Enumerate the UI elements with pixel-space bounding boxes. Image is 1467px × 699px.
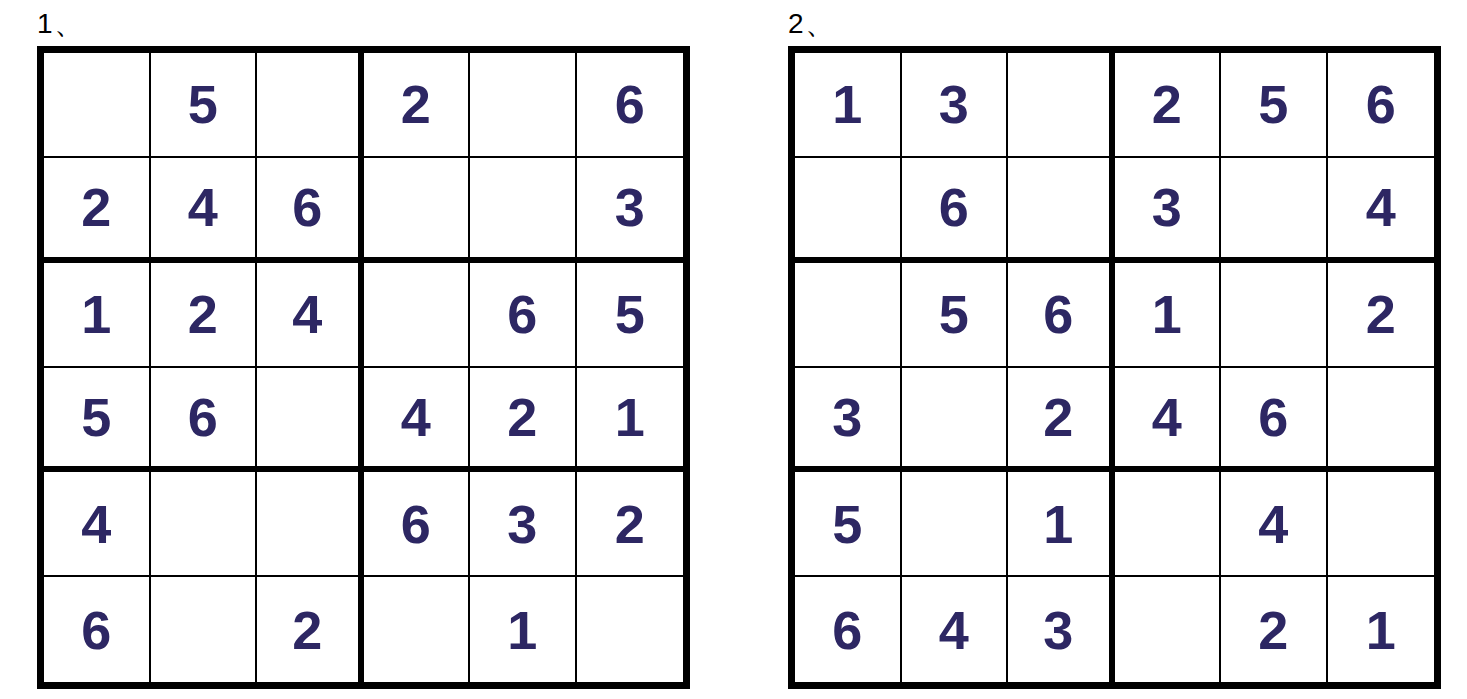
sudoku-2-cell-r4c2[interactable] [902,368,1009,473]
sudoku-1-cell-r1c1[interactable] [44,53,151,158]
sudoku-1-cell-r4c3[interactable] [257,368,364,473]
sudoku-2-cell-r6c5[interactable]: 2 [1221,577,1328,682]
sudoku-2-cell-r2c6[interactable]: 4 [1328,158,1435,263]
sudoku-2-cell-r3c4[interactable]: 1 [1115,263,1222,368]
puzzle-2-label: 2、 [788,9,836,39]
sudoku-2-cell-r6c2[interactable]: 4 [902,577,1009,682]
sudoku-1-cell-r4c4[interactable]: 4 [364,368,471,473]
sudoku-2-cell-r5c5[interactable]: 4 [1221,472,1328,577]
sudoku-2-cell-r1c6[interactable]: 6 [1328,53,1435,158]
sudoku-1-cell-r1c3[interactable] [257,53,364,158]
sudoku-1-cell-r4c5[interactable]: 2 [470,368,577,473]
sudoku-1-cell-r5c6[interactable]: 2 [577,472,684,577]
sudoku-2-cell-r1c2[interactable]: 3 [902,53,1009,158]
sudoku-1-cell-r6c2[interactable] [151,577,258,682]
sudoku-1-cell-r3c1[interactable]: 1 [44,263,151,368]
sudoku-2-cell-r5c3[interactable]: 1 [1008,472,1115,577]
sudoku-1-cell-r1c5[interactable] [470,53,577,158]
sudoku-1-cell-r4c2[interactable]: 6 [151,368,258,473]
sudoku-2-cell-r3c1[interactable] [795,263,902,368]
sudoku-board-2: 132566345612324651464321 [788,46,1441,689]
sudoku-2-cell-r2c3[interactable] [1008,158,1115,263]
sudoku-1-cell-r1c2[interactable]: 5 [151,53,258,158]
sudoku-1-cell-r3c3[interactable]: 4 [257,263,364,368]
sudoku-1-cell-r3c5[interactable]: 6 [470,263,577,368]
sudoku-1-cell-r2c6[interactable]: 3 [577,158,684,263]
sudoku-2-cell-r3c6[interactable]: 2 [1328,263,1435,368]
sudoku-worksheet: 1、 526246312465564214632621 2、 132566345… [0,0,1467,699]
sudoku-1-cell-r2c1[interactable]: 2 [44,158,151,263]
sudoku-1-cell-r2c3[interactable]: 6 [257,158,364,263]
sudoku-1-cell-r6c4[interactable] [364,577,471,682]
sudoku-2-cell-r6c6[interactable]: 1 [1328,577,1435,682]
sudoku-1-cell-r6c5[interactable]: 1 [470,577,577,682]
sudoku-2-cell-r4c6[interactable] [1328,368,1435,473]
sudoku-1-cell-r3c4[interactable] [364,263,471,368]
sudoku-2-cell-r2c2[interactable]: 6 [902,158,1009,263]
sudoku-2-cell-r1c1[interactable]: 1 [795,53,902,158]
sudoku-2-cell-r5c6[interactable] [1328,472,1435,577]
sudoku-2-cell-r6c3[interactable]: 3 [1008,577,1115,682]
sudoku-2-cell-r5c1[interactable]: 5 [795,472,902,577]
sudoku-2-cell-r2c5[interactable] [1221,158,1328,263]
sudoku-1-cell-r5c4[interactable]: 6 [364,472,471,577]
sudoku-1-cell-r2c5[interactable] [470,158,577,263]
sudoku-2-cell-r2c1[interactable] [795,158,902,263]
sudoku-board-1: 526246312465564214632621 [37,46,690,689]
sudoku-2-cell-r4c1[interactable]: 3 [795,368,902,473]
sudoku-2-cell-r5c2[interactable] [902,472,1009,577]
sudoku-2-cell-r4c5[interactable]: 6 [1221,368,1328,473]
sudoku-2-cell-r6c1[interactable]: 6 [795,577,902,682]
sudoku-2-cell-r3c3[interactable]: 6 [1008,263,1115,368]
sudoku-1-cell-r3c2[interactable]: 2 [151,263,258,368]
sudoku-2-cell-r5c4[interactable] [1115,472,1222,577]
sudoku-1-cell-r1c4[interactable]: 2 [364,53,471,158]
sudoku-1-cell-r6c1[interactable]: 6 [44,577,151,682]
sudoku-2-cell-r2c4[interactable]: 3 [1115,158,1222,263]
sudoku-1-cell-r5c1[interactable]: 4 [44,472,151,577]
sudoku-1-cell-r2c2[interactable]: 4 [151,158,258,263]
sudoku-2-cell-r1c4[interactable]: 2 [1115,53,1222,158]
sudoku-1-cell-r3c6[interactable]: 5 [577,263,684,368]
sudoku-1-cell-r6c6[interactable] [577,577,684,682]
sudoku-1-cell-r2c4[interactable] [364,158,471,263]
puzzle-1-label: 1、 [37,9,85,39]
sudoku-1-cell-r1c6[interactable]: 6 [577,53,684,158]
sudoku-2-cell-r1c3[interactable] [1008,53,1115,158]
sudoku-1-cell-r5c5[interactable]: 3 [470,472,577,577]
sudoku-1-cell-r4c1[interactable]: 5 [44,368,151,473]
sudoku-2-cell-r4c3[interactable]: 2 [1008,368,1115,473]
sudoku-1-cell-r6c3[interactable]: 2 [257,577,364,682]
sudoku-2-cell-r3c5[interactable] [1221,263,1328,368]
sudoku-2-cell-r1c5[interactable]: 5 [1221,53,1328,158]
sudoku-2-cell-r4c4[interactable]: 4 [1115,368,1222,473]
sudoku-2-cell-r6c4[interactable] [1115,577,1222,682]
sudoku-2-cell-r3c2[interactable]: 5 [902,263,1009,368]
sudoku-1-cell-r5c3[interactable] [257,472,364,577]
sudoku-1-cell-r5c2[interactable] [151,472,258,577]
sudoku-1-cell-r4c6[interactable]: 1 [577,368,684,473]
